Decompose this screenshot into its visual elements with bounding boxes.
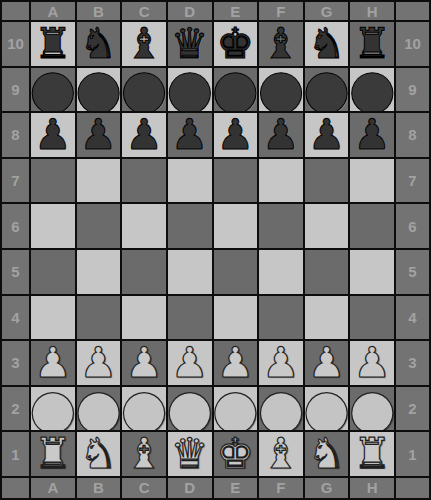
square-d3[interactable]: ♟ [168, 341, 212, 385]
white-ball-piece[interactable]: ● [168, 387, 212, 431]
square-a2[interactable]: ● [31, 387, 75, 431]
rank-label-left-4: 4 [2, 296, 29, 340]
file-label-bottom-g: G [305, 478, 349, 498]
rank-label-left-1: 1 [2, 432, 29, 476]
square-h2[interactable]: ● [350, 387, 394, 431]
black-pawn-piece[interactable]: ♟ [125, 114, 163, 156]
square-d2[interactable]: ● [168, 387, 212, 431]
square-h5[interactable] [350, 250, 394, 294]
square-e4[interactable] [214, 296, 258, 340]
file-label-top-d: D [168, 2, 212, 20]
black-knight-piece[interactable]: ♞ [308, 23, 346, 65]
rank-label-right-3: 3 [396, 341, 429, 385]
white-knight-piece[interactable]: ♞ [308, 433, 346, 475]
square-f5[interactable] [259, 250, 303, 294]
square-g9[interactable]: ● [305, 68, 349, 112]
square-a1[interactable]: ♜ [31, 432, 75, 476]
black-ball-piece[interactable]: ● [259, 68, 303, 112]
square-g8[interactable]: ♟ [305, 113, 349, 157]
square-e5[interactable] [214, 250, 258, 294]
square-b9[interactable]: ● [77, 68, 121, 112]
square-e9[interactable]: ● [214, 68, 258, 112]
rank-label-left-6: 6 [2, 204, 29, 248]
white-rook-piece[interactable]: ♜ [353, 433, 391, 475]
file-label-bottom-a: A [31, 478, 75, 498]
square-a4[interactable] [31, 296, 75, 340]
rank-label-right-5: 5 [396, 250, 429, 294]
file-label-top-g: G [305, 2, 349, 20]
board-corner-top-right [396, 2, 429, 20]
black-ball-piece[interactable]: ● [214, 68, 258, 112]
black-ball-piece[interactable]: ● [77, 68, 121, 112]
square-d9[interactable]: ● [168, 68, 212, 112]
square-e6[interactable] [214, 204, 258, 248]
white-pawn-piece[interactable]: ♟ [34, 342, 72, 384]
square-d6[interactable] [168, 204, 212, 248]
square-c9[interactable]: ● [122, 68, 166, 112]
square-g3[interactable]: ♟ [305, 341, 349, 385]
black-pawn-piece[interactable]: ♟ [34, 114, 72, 156]
square-f4[interactable] [259, 296, 303, 340]
square-f1[interactable]: ♝ [259, 432, 303, 476]
square-g1[interactable]: ♞ [305, 432, 349, 476]
white-ball-piece[interactable]: ● [77, 387, 121, 431]
black-ball-piece[interactable]: ● [122, 68, 166, 112]
white-bishop-piece[interactable]: ♝ [125, 433, 163, 475]
square-f2[interactable]: ● [259, 387, 303, 431]
square-e2[interactable]: ● [214, 387, 258, 431]
square-e1[interactable]: ♚ [214, 432, 258, 476]
black-knight-piece[interactable]: ♞ [80, 23, 118, 65]
black-pawn-piece[interactable]: ♟ [171, 114, 209, 156]
black-bishop-piece[interactable]: ♝ [262, 23, 300, 65]
black-pawn-piece[interactable]: ♟ [262, 114, 300, 156]
rank-label-right-10: 10 [396, 22, 429, 66]
square-c6[interactable] [122, 204, 166, 248]
square-f3[interactable]: ♟ [259, 341, 303, 385]
square-g4[interactable] [305, 296, 349, 340]
square-d1[interactable]: ♛ [168, 432, 212, 476]
white-ball-piece[interactable]: ● [214, 387, 258, 431]
square-b3[interactable]: ♟ [77, 341, 121, 385]
white-queen-piece[interactable]: ♛ [171, 433, 209, 475]
square-h7[interactable] [350, 159, 394, 203]
square-d10[interactable]: ♛ [168, 22, 212, 66]
square-b8[interactable]: ♟ [77, 113, 121, 157]
square-e8[interactable]: ♟ [214, 113, 258, 157]
white-knight-piece[interactable]: ♞ [80, 433, 118, 475]
file-label-bottom-d: D [168, 478, 212, 498]
black-ball-piece[interactable]: ● [305, 68, 349, 112]
square-d4[interactable] [168, 296, 212, 340]
square-f6[interactable] [259, 204, 303, 248]
square-h6[interactable] [350, 204, 394, 248]
white-pawn-piece[interactable]: ♟ [308, 342, 346, 384]
board-corner-bottom-left [2, 478, 29, 498]
square-e7[interactable] [214, 159, 258, 203]
square-c1[interactable]: ♝ [122, 432, 166, 476]
rank-label-right-7: 7 [396, 159, 429, 203]
black-king-piece[interactable]: ♚ [216, 23, 254, 65]
white-pawn-piece[interactable]: ♟ [353, 342, 391, 384]
board-corner-top-left [2, 2, 29, 20]
square-f9[interactable]: ● [259, 68, 303, 112]
white-rook-piece[interactable]: ♜ [34, 433, 72, 475]
rank-label-right-4: 4 [396, 296, 429, 340]
white-pawn-piece[interactable]: ♟ [216, 342, 254, 384]
file-label-bottom-c: C [122, 478, 166, 498]
square-g2[interactable]: ● [305, 387, 349, 431]
square-b2[interactable]: ● [77, 387, 121, 431]
file-label-top-h: H [350, 2, 394, 20]
rank-label-right-1: 1 [396, 432, 429, 476]
square-c3[interactable]: ♟ [122, 341, 166, 385]
file-label-bottom-f: F [259, 478, 303, 498]
rank-label-left-7: 7 [2, 159, 29, 203]
square-g7[interactable] [305, 159, 349, 203]
rank-label-left-3: 3 [2, 341, 29, 385]
rank-label-left-9: 9 [2, 68, 29, 112]
rank-label-right-8: 8 [396, 113, 429, 157]
black-rook-piece[interactable]: ♜ [353, 23, 391, 65]
square-e3[interactable]: ♟ [214, 341, 258, 385]
file-label-top-f: F [259, 2, 303, 20]
square-f8[interactable]: ♟ [259, 113, 303, 157]
square-c4[interactable] [122, 296, 166, 340]
square-b6[interactable] [77, 204, 121, 248]
square-h8[interactable]: ♟ [350, 113, 394, 157]
square-a9[interactable]: ● [31, 68, 75, 112]
file-label-bottom-b: B [77, 478, 121, 498]
white-ball-piece[interactable]: ● [305, 387, 349, 431]
file-label-top-b: B [77, 2, 121, 20]
white-pawn-piece[interactable]: ♟ [125, 342, 163, 384]
square-a3[interactable]: ♟ [31, 341, 75, 385]
rank-label-left-8: 8 [2, 113, 29, 157]
square-e10[interactable]: ♚ [214, 22, 258, 66]
square-b10[interactable]: ♞ [77, 22, 121, 66]
black-ball-piece[interactable]: ● [350, 68, 394, 112]
square-c5[interactable] [122, 250, 166, 294]
square-f7[interactable] [259, 159, 303, 203]
black-rook-piece[interactable]: ♜ [34, 23, 72, 65]
square-d7[interactable] [168, 159, 212, 203]
black-pawn-piece[interactable]: ♟ [80, 114, 118, 156]
square-b4[interactable] [77, 296, 121, 340]
square-a8[interactable]: ♟ [31, 113, 75, 157]
white-ball-piece[interactable]: ● [122, 387, 166, 431]
black-ball-piece[interactable]: ● [168, 68, 212, 112]
square-h3[interactable]: ♟ [350, 341, 394, 385]
black-pawn-piece[interactable]: ♟ [353, 114, 391, 156]
black-pawn-piece[interactable]: ♟ [308, 114, 346, 156]
square-h10[interactable]: ♜ [350, 22, 394, 66]
white-ball-piece[interactable]: ● [31, 387, 75, 431]
square-c10[interactable]: ♝ [122, 22, 166, 66]
square-a10[interactable]: ♜ [31, 22, 75, 66]
square-h4[interactable] [350, 296, 394, 340]
file-label-bottom-h: H [350, 478, 394, 498]
square-h9[interactable]: ● [350, 68, 394, 112]
square-c7[interactable] [122, 159, 166, 203]
square-a6[interactable] [31, 204, 75, 248]
square-a5[interactable] [31, 250, 75, 294]
square-d5[interactable] [168, 250, 212, 294]
square-b7[interactable] [77, 159, 121, 203]
black-queen-piece[interactable]: ♛ [171, 23, 209, 65]
square-f10[interactable]: ♝ [259, 22, 303, 66]
square-d8[interactable]: ♟ [168, 113, 212, 157]
square-c8[interactable]: ♟ [122, 113, 166, 157]
file-label-top-a: A [31, 2, 75, 20]
square-g6[interactable] [305, 204, 349, 248]
white-king-piece[interactable]: ♚ [216, 433, 254, 475]
rank-label-left-2: 2 [2, 387, 29, 431]
file-label-bottom-e: E [214, 478, 258, 498]
black-pawn-piece[interactable]: ♟ [216, 114, 254, 156]
square-b5[interactable] [77, 250, 121, 294]
rank-label-right-9: 9 [396, 68, 429, 112]
square-g5[interactable] [305, 250, 349, 294]
file-label-top-c: C [122, 2, 166, 20]
square-b1[interactable]: ♞ [77, 432, 121, 476]
rank-label-right-6: 6 [396, 204, 429, 248]
white-ball-piece[interactable]: ● [350, 387, 394, 431]
black-ball-piece[interactable]: ● [31, 68, 75, 112]
rank-label-left-5: 5 [2, 250, 29, 294]
white-pawn-piece[interactable]: ♟ [80, 342, 118, 384]
rank-label-right-2: 2 [396, 387, 429, 431]
black-bishop-piece[interactable]: ♝ [125, 23, 163, 65]
square-h1[interactable]: ♜ [350, 432, 394, 476]
white-ball-piece[interactable]: ● [259, 387, 303, 431]
rank-label-left-10: 10 [2, 22, 29, 66]
chess-variant-board: ABCDEFGH10♜♞♝♛♚♝♞♜109●●●●●●●●98♟♟♟♟♟♟♟♟8… [0, 0, 431, 500]
board-corner-bottom-right [396, 478, 429, 498]
file-label-top-e: E [214, 2, 258, 20]
square-c2[interactable]: ● [122, 387, 166, 431]
square-g10[interactable]: ♞ [305, 22, 349, 66]
white-pawn-piece[interactable]: ♟ [171, 342, 209, 384]
white-bishop-piece[interactable]: ♝ [262, 433, 300, 475]
white-pawn-piece[interactable]: ♟ [262, 342, 300, 384]
square-a7[interactable] [31, 159, 75, 203]
